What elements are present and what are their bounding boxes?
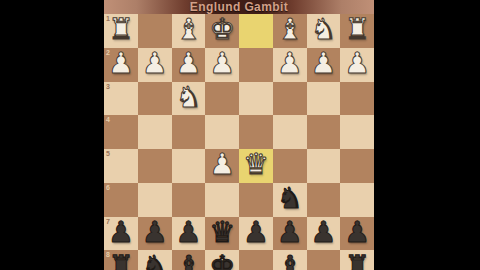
- square-b6[interactable]: [307, 183, 341, 217]
- square-e4[interactable]: [205, 115, 239, 149]
- square-f6[interactable]: [172, 183, 206, 217]
- white-queen[interactable]: ♛: [243, 150, 269, 179]
- square-c2[interactable]: ♟: [273, 48, 307, 82]
- white-pawn[interactable]: ♟: [344, 49, 370, 78]
- square-b2[interactable]: ♟: [307, 48, 341, 82]
- square-d3[interactable]: [239, 82, 273, 116]
- black-pawn[interactable]: ♟: [310, 218, 336, 247]
- square-f8[interactable]: ♝: [172, 250, 206, 270]
- white-pawn[interactable]: ♟: [310, 49, 336, 78]
- black-pawn[interactable]: ♟: [243, 218, 269, 247]
- square-c4[interactable]: [273, 115, 307, 149]
- square-h4[interactable]: 4: [104, 115, 138, 149]
- white-rook[interactable]: ♜: [108, 15, 134, 44]
- black-pawn[interactable]: ♟: [142, 218, 168, 247]
- square-g7[interactable]: ♟: [138, 217, 172, 251]
- square-c1[interactable]: ♝: [273, 14, 307, 48]
- white-rook[interactable]: ♜: [344, 15, 370, 44]
- square-a5[interactable]: [340, 149, 374, 183]
- square-g4[interactable]: [138, 115, 172, 149]
- square-f3[interactable]: ♞: [172, 82, 206, 116]
- black-rook[interactable]: ♜: [108, 252, 134, 270]
- rank-label-6: 6: [106, 184, 110, 191]
- square-e2[interactable]: ♟: [205, 48, 239, 82]
- rank-label-5: 5: [106, 150, 110, 157]
- square-e8[interactable]: ♚: [205, 250, 239, 270]
- black-pawn[interactable]: ♟: [108, 218, 134, 247]
- square-d7[interactable]: ♟: [239, 217, 273, 251]
- square-a1[interactable]: ♜: [340, 14, 374, 48]
- black-knight[interactable]: ♞: [277, 184, 303, 213]
- black-pawn[interactable]: ♟: [344, 218, 370, 247]
- square-d6[interactable]: [239, 183, 273, 217]
- square-b5[interactable]: [307, 149, 341, 183]
- white-pawn[interactable]: ♟: [277, 49, 303, 78]
- black-queen[interactable]: ♛: [209, 218, 235, 247]
- white-pawn[interactable]: ♟: [175, 49, 201, 78]
- title-bar: Englund Gambit: [104, 0, 374, 14]
- black-bishop[interactable]: ♝: [175, 252, 201, 270]
- opening-title: Englund Gambit: [190, 1, 288, 13]
- black-king[interactable]: ♚: [209, 252, 235, 270]
- square-e3[interactable]: [205, 82, 239, 116]
- video-frame: Englund Gambit 1♜♝♚♝♞♜2♟♟♟♟♟♟♟3♞45♟♛6♞7♟…: [0, 0, 480, 270]
- rank-label-3: 3: [106, 83, 110, 90]
- square-c3[interactable]: [273, 82, 307, 116]
- black-bishop[interactable]: ♝: [277, 252, 303, 270]
- square-c6[interactable]: ♞: [273, 183, 307, 217]
- square-g8[interactable]: ♞: [138, 250, 172, 270]
- square-b1[interactable]: ♞: [307, 14, 341, 48]
- square-a6[interactable]: [340, 183, 374, 217]
- square-f2[interactable]: ♟: [172, 48, 206, 82]
- square-c5[interactable]: [273, 149, 307, 183]
- square-f5[interactable]: [172, 149, 206, 183]
- square-h5[interactable]: 5: [104, 149, 138, 183]
- square-h7[interactable]: 7♟: [104, 217, 138, 251]
- square-d8[interactable]: [239, 250, 273, 270]
- black-knight[interactable]: ♞: [142, 252, 168, 270]
- square-b8[interactable]: [307, 250, 341, 270]
- square-e5[interactable]: ♟: [205, 149, 239, 183]
- square-h8[interactable]: 8♜: [104, 250, 138, 270]
- square-h2[interactable]: 2♟: [104, 48, 138, 82]
- square-c8[interactable]: ♝: [273, 250, 307, 270]
- square-e7[interactable]: ♛: [205, 217, 239, 251]
- white-bishop[interactable]: ♝: [175, 15, 201, 44]
- square-g2[interactable]: ♟: [138, 48, 172, 82]
- white-pawn[interactable]: ♟: [209, 49, 235, 78]
- square-a2[interactable]: ♟: [340, 48, 374, 82]
- chess-board[interactable]: 1♜♝♚♝♞♜2♟♟♟♟♟♟♟3♞45♟♛6♞7♟♟♟♛♟♟♟♟8♜♞♝♚♝♜: [104, 14, 374, 270]
- square-a4[interactable]: [340, 115, 374, 149]
- square-g5[interactable]: [138, 149, 172, 183]
- square-a3[interactable]: [340, 82, 374, 116]
- white-pawn[interactable]: ♟: [108, 49, 134, 78]
- square-f1[interactable]: ♝: [172, 14, 206, 48]
- square-g3[interactable]: [138, 82, 172, 116]
- square-g1[interactable]: [138, 14, 172, 48]
- square-a8[interactable]: ♜: [340, 250, 374, 270]
- white-bishop[interactable]: ♝: [277, 15, 303, 44]
- white-knight[interactable]: ♞: [175, 83, 201, 112]
- square-d5[interactable]: ♛: [239, 149, 273, 183]
- square-h6[interactable]: 6: [104, 183, 138, 217]
- black-pawn[interactable]: ♟: [175, 218, 201, 247]
- white-knight[interactable]: ♞: [310, 15, 336, 44]
- square-b3[interactable]: [307, 82, 341, 116]
- square-d4[interactable]: [239, 115, 273, 149]
- square-d2[interactable]: [239, 48, 273, 82]
- square-e6[interactable]: [205, 183, 239, 217]
- square-f4[interactable]: [172, 115, 206, 149]
- white-king[interactable]: ♚: [209, 15, 235, 44]
- black-pawn[interactable]: ♟: [277, 218, 303, 247]
- square-d1[interactable]: [239, 14, 273, 48]
- rank-label-4: 4: [106, 116, 110, 123]
- square-h1[interactable]: 1♜: [104, 14, 138, 48]
- white-pawn[interactable]: ♟: [209, 150, 235, 179]
- square-b4[interactable]: [307, 115, 341, 149]
- square-a7[interactable]: ♟: [340, 217, 374, 251]
- black-rook[interactable]: ♜: [344, 252, 370, 270]
- square-h3[interactable]: 3: [104, 82, 138, 116]
- square-g6[interactable]: [138, 183, 172, 217]
- square-f7[interactable]: ♟: [172, 217, 206, 251]
- square-b7[interactable]: ♟: [307, 217, 341, 251]
- white-pawn[interactable]: ♟: [142, 49, 168, 78]
- square-e1[interactable]: ♚: [205, 14, 239, 48]
- square-c7[interactable]: ♟: [273, 217, 307, 251]
